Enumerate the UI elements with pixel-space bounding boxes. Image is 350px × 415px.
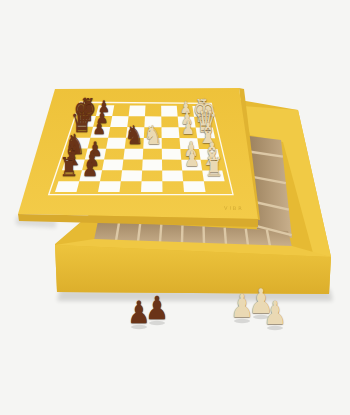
compartment-divider xyxy=(160,224,161,242)
board-square[interactable] xyxy=(161,127,179,138)
chess-piece-dark-pawn[interactable]: ♟ xyxy=(82,158,98,180)
chess-piece-dark-rook[interactable]: ♜ xyxy=(60,154,79,180)
board-square[interactable] xyxy=(141,181,163,192)
chess-piece-dark-pawn[interactable]: ♟ xyxy=(145,292,169,324)
board-square[interactable] xyxy=(121,170,142,181)
board-square[interactable] xyxy=(55,181,79,192)
board-square[interactable] xyxy=(102,159,123,170)
board-square[interactable] xyxy=(98,181,121,192)
product-photo: VIBR ♜♟♟♜♚♟♟♚♛♟♟♛♞♞♝♞♟♟♝♟♟♝♜♟♜♟♟♟♟♟ xyxy=(0,0,350,415)
chess-piece-light-pawn[interactable]: ♟ xyxy=(263,297,287,329)
chess-piece-light-pawn[interactable]: ♟ xyxy=(184,149,199,170)
chess-piece-light-knight[interactable]: ♞ xyxy=(143,122,162,148)
brand-mark: VIBR xyxy=(224,205,254,212)
board-square[interactable] xyxy=(161,106,178,117)
board-square[interactable] xyxy=(183,181,205,192)
board-square[interactable] xyxy=(123,149,143,160)
compartment-divider xyxy=(225,228,226,245)
chess-piece-light-rook[interactable]: ♜ xyxy=(205,154,224,180)
board-square[interactable] xyxy=(162,170,183,181)
chess-piece-light-pawn[interactable]: ♟ xyxy=(182,119,195,137)
chess-piece-dark-knight[interactable]: ♞ xyxy=(124,122,143,148)
board-square[interactable] xyxy=(106,138,126,149)
scene-svg xyxy=(0,0,350,415)
board-square[interactable] xyxy=(162,149,181,160)
board-square[interactable] xyxy=(129,105,146,116)
board-square[interactable] xyxy=(142,160,162,171)
chess-piece-dark-pawn[interactable]: ♟ xyxy=(93,119,106,137)
